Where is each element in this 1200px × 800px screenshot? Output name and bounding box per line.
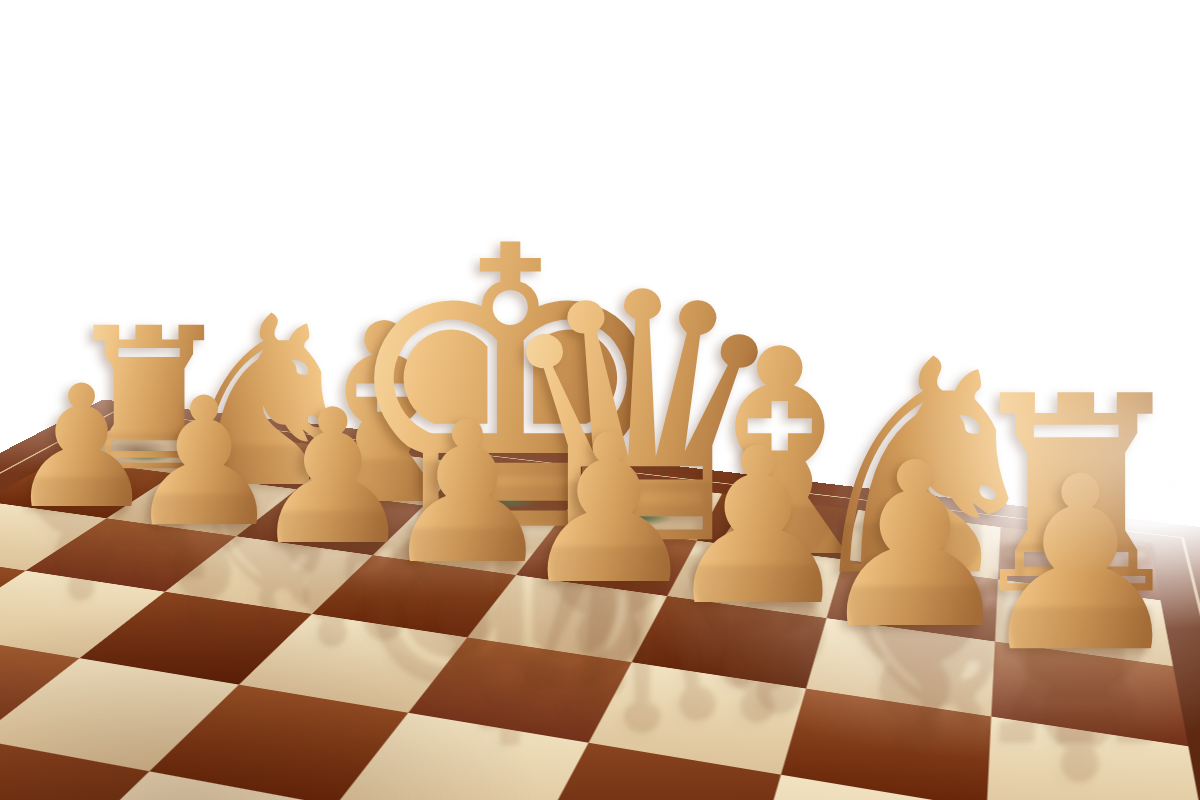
pieces-layer: ♜♜♞♞♝♝♚♚♛♛♝♝♞♞♜♜♟♟♟♟♟♟♟♟♟♟♟♟♟♟♟♟ [0, 0, 1200, 800]
pawn-glyph: ♟ [973, 445, 1188, 685]
piece-white-pawn-a2[interactable]: ♟♟ [973, 445, 1188, 685]
chess-photo-scene: ♜♜♞♞♝♝♚♚♛♛♝♝♞♞♜♜♟♟♟♟♟♟♟♟♟♟♟♟♟♟♟♟ [0, 0, 1200, 800]
